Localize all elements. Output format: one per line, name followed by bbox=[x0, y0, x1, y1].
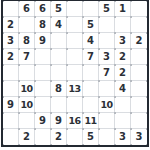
cell-r3c7[interactable] bbox=[99, 33, 115, 49]
cell-r2c9[interactable] bbox=[131, 17, 147, 33]
cell-r9c5[interactable] bbox=[67, 129, 83, 145]
cell-r1c5[interactable] bbox=[67, 1, 83, 17]
cell-r1c3[interactable]: 6 bbox=[35, 1, 51, 17]
cell-r5c7[interactable]: 7 bbox=[99, 65, 115, 81]
cell-r2c8[interactable] bbox=[115, 17, 131, 33]
cell-r6c1[interactable] bbox=[3, 81, 19, 97]
cell-r9c1[interactable] bbox=[3, 129, 19, 145]
cell-r7c5[interactable] bbox=[67, 97, 83, 113]
cell-r2c5[interactable] bbox=[67, 17, 83, 33]
cell-r4c3[interactable] bbox=[35, 49, 51, 65]
cell-r3c5[interactable] bbox=[67, 33, 83, 49]
cell-r2c7[interactable] bbox=[99, 17, 115, 33]
cell-r8c4[interactable]: 9 bbox=[51, 113, 67, 129]
cell-r1c4[interactable]: 5 bbox=[51, 1, 67, 17]
cell-r6c9[interactable] bbox=[131, 81, 147, 97]
cell-r3c8[interactable]: 3 bbox=[115, 33, 131, 49]
cell-r1c1[interactable] bbox=[3, 1, 19, 17]
cell-r1c7[interactable]: 5 bbox=[99, 1, 115, 17]
cell-r2c2[interactable] bbox=[19, 17, 35, 33]
cell-r2c3[interactable]: 8 bbox=[35, 17, 51, 33]
cell-r7c2[interactable]: 10 bbox=[19, 97, 35, 113]
cell-r2c1[interactable]: 2 bbox=[3, 17, 19, 33]
cell-r8c7[interactable] bbox=[99, 113, 115, 129]
cell-r2c6[interactable]: 5 bbox=[83, 17, 99, 33]
cell-r5c2[interactable] bbox=[19, 65, 35, 81]
cell-r6c7[interactable] bbox=[99, 81, 115, 97]
cell-r4c7[interactable]: 3 bbox=[99, 49, 115, 65]
cell-r8c6[interactable]: 11 bbox=[83, 113, 99, 129]
cell-r7c9[interactable] bbox=[131, 97, 147, 113]
cell-r1c6[interactable] bbox=[83, 1, 99, 17]
cell-r7c3[interactable] bbox=[35, 97, 51, 113]
cell-r7c1[interactable]: 9 bbox=[3, 97, 19, 113]
cell-r7c6[interactable] bbox=[83, 97, 99, 113]
cell-r6c8[interactable]: 4 bbox=[115, 81, 131, 97]
cell-r5c9[interactable] bbox=[131, 65, 147, 81]
cell-r4c4[interactable] bbox=[51, 49, 67, 65]
cell-r6c6[interactable] bbox=[83, 81, 99, 97]
cell-r6c5[interactable]: 13 bbox=[67, 81, 83, 97]
cell-r3c6[interactable]: 4 bbox=[83, 33, 99, 49]
fillomino-board: 6655128453894322773272108134910109916112… bbox=[1, 0, 149, 147]
cell-r5c3[interactable] bbox=[35, 65, 51, 81]
cell-r9c6[interactable]: 5 bbox=[83, 129, 99, 145]
cell-r4c8[interactable]: 2 bbox=[115, 49, 131, 65]
cell-r7c7[interactable]: 10 bbox=[99, 97, 115, 113]
cell-r8c2[interactable] bbox=[19, 113, 35, 129]
cell-r3c9[interactable]: 2 bbox=[131, 33, 147, 49]
cell-r4c1[interactable]: 2 bbox=[3, 49, 19, 65]
cell-r8c8[interactable] bbox=[115, 113, 131, 129]
cell-r5c4[interactable] bbox=[51, 65, 67, 81]
cell-r2c4[interactable]: 4 bbox=[51, 17, 67, 33]
cell-r3c1[interactable]: 3 bbox=[3, 33, 19, 49]
cell-r6c4[interactable]: 8 bbox=[51, 81, 67, 97]
cell-r8c5[interactable]: 16 bbox=[67, 113, 83, 129]
cell-r4c5[interactable] bbox=[67, 49, 83, 65]
cell-r9c8[interactable]: 3 bbox=[115, 129, 131, 145]
cell-r9c3[interactable] bbox=[35, 129, 51, 145]
cell-r8c1[interactable] bbox=[3, 113, 19, 129]
cell-r9c9[interactable]: 3 bbox=[131, 129, 147, 145]
cell-r4c9[interactable] bbox=[131, 49, 147, 65]
cell-r7c8[interactable] bbox=[115, 97, 131, 113]
cell-r3c3[interactable]: 9 bbox=[35, 33, 51, 49]
cell-r4c6[interactable]: 7 bbox=[83, 49, 99, 65]
cell-r1c2[interactable]: 6 bbox=[19, 1, 35, 17]
cell-r6c3[interactable] bbox=[35, 81, 51, 97]
cell-r5c8[interactable]: 2 bbox=[115, 65, 131, 81]
cell-r5c1[interactable] bbox=[3, 65, 19, 81]
cell-r1c8[interactable]: 1 bbox=[115, 1, 131, 17]
cell-r3c4[interactable] bbox=[51, 33, 67, 49]
cell-r4c2[interactable]: 7 bbox=[19, 49, 35, 65]
cell-r3c2[interactable]: 8 bbox=[19, 33, 35, 49]
cell-r9c7[interactable] bbox=[99, 129, 115, 145]
cell-r8c9[interactable] bbox=[131, 113, 147, 129]
cell-r6c2[interactable]: 10 bbox=[19, 81, 35, 97]
cell-r5c5[interactable] bbox=[67, 65, 83, 81]
cell-r7c4[interactable] bbox=[51, 97, 67, 113]
cell-r9c4[interactable]: 2 bbox=[51, 129, 67, 145]
cell-r8c3[interactable]: 9 bbox=[35, 113, 51, 129]
cell-r5c6[interactable] bbox=[83, 65, 99, 81]
cell-r9c2[interactable]: 2 bbox=[19, 129, 35, 145]
cell-r1c9[interactable] bbox=[131, 1, 147, 17]
board-grid: 6655128453894322773272108134910109916112… bbox=[3, 1, 147, 145]
